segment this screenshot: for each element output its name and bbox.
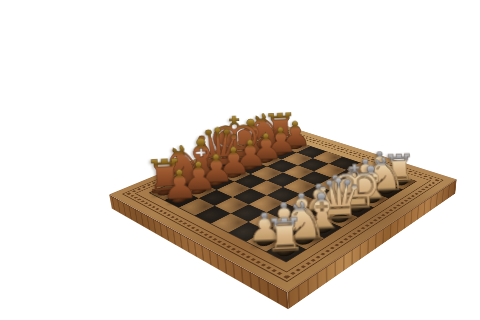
piece-cell-a1: ♜ (266, 240, 306, 262)
chess-board: ♜♞♝♛♚♝♞♜♟♟♟♟♟♟♟♟♟♟♟♟♟♟♟♟♜♞♝♛♚♝♞♜ (109, 124, 457, 292)
board-leather-border: ♜♞♝♛♚♝♞♜♟♟♟♟♟♟♟♟♟♟♟♟♟♟♟♟♜♞♝♛♚♝♞♜ (109, 124, 457, 292)
product-photo-scene: ♜♞♝♛♚♝♞♜♟♟♟♟♟♟♟♟♟♟♟♟♟♟♟♟♜♞♝♛♚♝♞♜ (0, 0, 480, 320)
camera-roll-wrapper: ♜♞♝♛♚♝♞♜♟♟♟♟♟♟♟♟♟♟♟♟♟♟♟♟♜♞♝♛♚♝♞♜ (0, 0, 480, 320)
